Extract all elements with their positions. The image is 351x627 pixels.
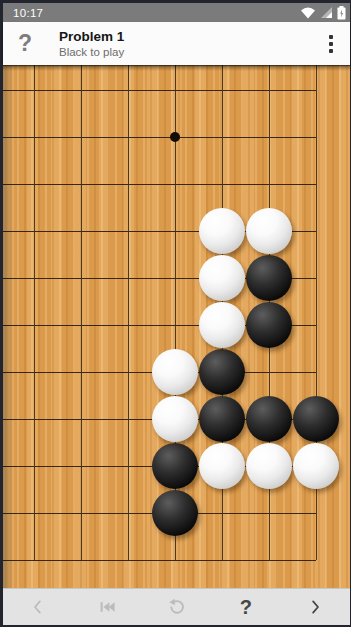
skip-to-start-button[interactable] bbox=[72, 589, 141, 625]
clock: 10:17 bbox=[13, 7, 43, 19]
grid-line bbox=[81, 65, 82, 560]
stone-black-S7 bbox=[246, 255, 292, 301]
cell-signal-icon bbox=[320, 6, 333, 19]
question-icon: ? bbox=[240, 597, 252, 617]
app-bar: ? Problem 1 Black to play bbox=[3, 22, 350, 65]
previous-button[interactable] bbox=[3, 589, 72, 625]
undo-icon bbox=[167, 597, 187, 617]
stone-black-R5 bbox=[199, 349, 245, 395]
grid-line bbox=[34, 65, 35, 560]
wifi-icon bbox=[300, 6, 316, 19]
grid-line bbox=[3, 560, 316, 561]
hint-icon[interactable]: ? bbox=[3, 22, 47, 65]
page-title: Problem 1 bbox=[59, 29, 124, 45]
stone-black-T4 bbox=[293, 396, 339, 442]
stone-white-S3 bbox=[246, 443, 292, 489]
stone-white-R6 bbox=[199, 302, 245, 348]
page-subtitle: Black to play bbox=[59, 45, 124, 59]
skip-start-icon bbox=[97, 599, 117, 615]
hint-button[interactable]: ? bbox=[211, 589, 280, 625]
stone-white-R8 bbox=[199, 208, 245, 254]
stone-black-S6 bbox=[246, 302, 292, 348]
stone-black-Q2 bbox=[152, 490, 198, 536]
stone-black-S4 bbox=[246, 396, 292, 442]
stone-white-T3 bbox=[293, 443, 339, 489]
title-block: Problem 1 Black to play bbox=[59, 29, 124, 59]
edge-shadow bbox=[3, 65, 13, 588]
next-button[interactable] bbox=[281, 589, 350, 625]
grid-line bbox=[128, 65, 129, 560]
chevron-right-icon bbox=[306, 598, 324, 616]
bottom-toolbar: ? bbox=[3, 588, 350, 625]
undo-button[interactable] bbox=[142, 589, 211, 625]
battery-charging-icon bbox=[337, 6, 346, 20]
stone-black-Q3 bbox=[152, 443, 198, 489]
stone-white-R7 bbox=[199, 255, 245, 301]
overflow-menu-icon[interactable] bbox=[325, 31, 337, 57]
stone-white-Q5 bbox=[152, 349, 198, 395]
app-window: 10:17 ? Problem 1 Black to play bbox=[0, 0, 351, 627]
go-board[interactable] bbox=[3, 65, 350, 588]
status-bar: 10:17 bbox=[3, 3, 350, 22]
stone-black-R4 bbox=[199, 396, 245, 442]
stone-white-S8 bbox=[246, 208, 292, 254]
status-icons bbox=[300, 6, 346, 20]
stone-white-R3 bbox=[199, 443, 245, 489]
appbar-shadow bbox=[3, 65, 350, 71]
star-point bbox=[170, 132, 180, 142]
chevron-left-icon bbox=[29, 598, 47, 616]
stone-white-Q4 bbox=[152, 396, 198, 442]
